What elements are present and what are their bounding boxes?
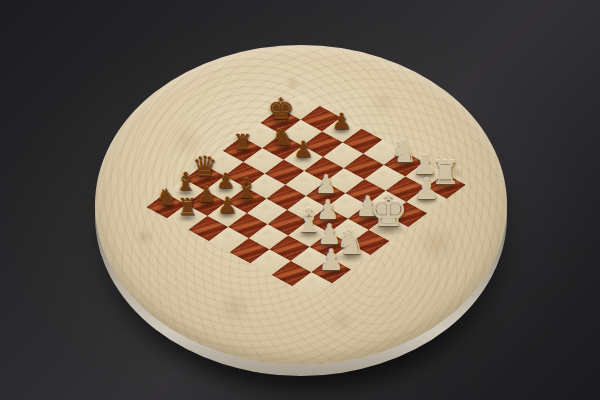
brown-pawn-b7[interactable]: ♟	[197, 184, 216, 205]
brown-rook-e8[interactable]: ♜	[233, 130, 253, 152]
tan-pawn-g1[interactable]: ♟	[413, 175, 439, 204]
brown-pawn-f6[interactable]: ♟	[293, 138, 313, 160]
brown-bishop-b8[interactable]: ♝	[175, 170, 197, 195]
scene: ♞♝♛♜♚♜♟♟♞♟♝♟♟♟♝♟♞♟♟♟♟♞♚♟♜	[0, 0, 600, 400]
brown-knight-a8[interactable]: ♞	[156, 186, 177, 209]
tan-king-e1[interactable]: ♚	[369, 190, 408, 233]
tan-pawn-b1[interactable]: ♟	[318, 245, 344, 274]
brown-knight-f7[interactable]: ♞	[272, 125, 294, 150]
brown-rook-a7[interactable]: ♜	[177, 196, 198, 220]
brown-king-g8[interactable]: ♚	[268, 95, 294, 125]
brown-bishop-c6[interactable]: ♝	[234, 176, 259, 204]
brown-pawn-b6[interactable]: ♟	[217, 195, 237, 217]
brown-pawn-c7[interactable]: ♟	[216, 170, 235, 191]
brown-pawn-h6[interactable]: ♟	[331, 110, 351, 132]
